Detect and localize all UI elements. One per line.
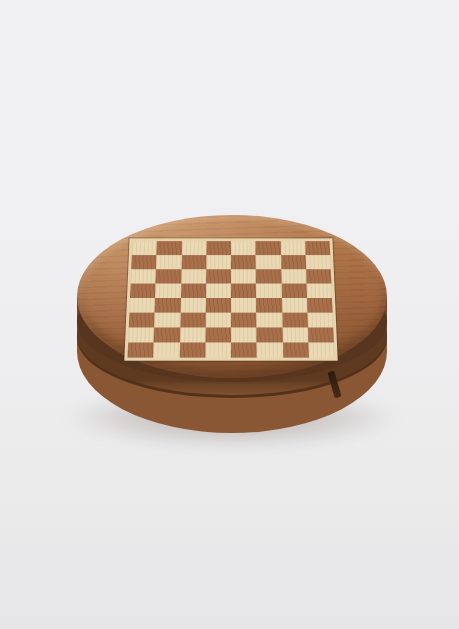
board-square-b7 [156,255,181,269]
board-square-b3 [154,313,180,328]
chess-board [124,238,337,360]
board-square-b4 [155,298,181,313]
board-square-f5 [256,284,281,298]
board-square-e8 [231,241,256,255]
board-square-c8 [181,241,206,255]
board-square-a4 [129,298,155,313]
board-square-d3 [205,313,231,328]
board-square-g5 [281,284,307,298]
board-square-g3 [282,313,308,328]
board-square-f7 [256,255,281,269]
board-square-b2 [154,327,180,342]
board-square-c1 [179,342,205,357]
board-square-c7 [181,255,206,269]
board-square-d1 [205,342,231,357]
board-square-c5 [181,284,206,298]
board-square-a3 [129,313,155,328]
board-square-g4 [282,298,308,313]
board-square-d7 [206,255,231,269]
board-square-h3 [307,313,333,328]
board-square-b6 [156,269,181,283]
board-square-d4 [206,298,231,313]
board-square-a1 [127,342,153,357]
board-square-e7 [231,255,256,269]
board-square-a7 [131,255,156,269]
board-square-f2 [257,327,283,342]
chess-board-grid [127,241,334,358]
board-square-g6 [281,269,306,283]
board-square-c2 [180,327,206,342]
board-square-d8 [206,241,231,255]
board-square-d5 [206,284,231,298]
product-photo-background [0,0,459,629]
board-square-d2 [205,327,231,342]
board-square-e4 [231,298,256,313]
board-square-a6 [131,269,157,283]
board-square-g7 [281,255,306,269]
board-square-h6 [306,269,332,283]
board-square-c6 [181,269,206,283]
board-square-d6 [206,269,231,283]
board-square-b5 [155,284,181,298]
board-square-h7 [305,255,330,269]
board-square-e5 [231,284,256,298]
board-square-e6 [231,269,256,283]
board-square-f6 [256,269,281,283]
board-square-e3 [231,313,257,328]
board-square-a2 [128,327,154,342]
board-square-f3 [256,313,282,328]
board-square-c3 [180,313,206,328]
board-square-e2 [231,327,257,342]
board-square-c4 [180,298,206,313]
board-square-h2 [308,327,334,342]
board-square-b8 [157,241,182,255]
board-square-a5 [130,284,156,298]
board-square-f4 [256,298,282,313]
board-square-g2 [282,327,308,342]
board-square-h4 [307,298,333,313]
board-square-h5 [306,284,332,298]
board-square-g1 [282,342,308,357]
board-square-f8 [256,241,281,255]
board-square-h8 [305,241,330,255]
board-square-a8 [132,241,157,255]
board-square-f1 [257,342,283,357]
board-square-e1 [231,342,257,357]
board-square-g8 [280,241,305,255]
board-square-h1 [308,342,334,357]
board-square-b1 [153,342,179,357]
